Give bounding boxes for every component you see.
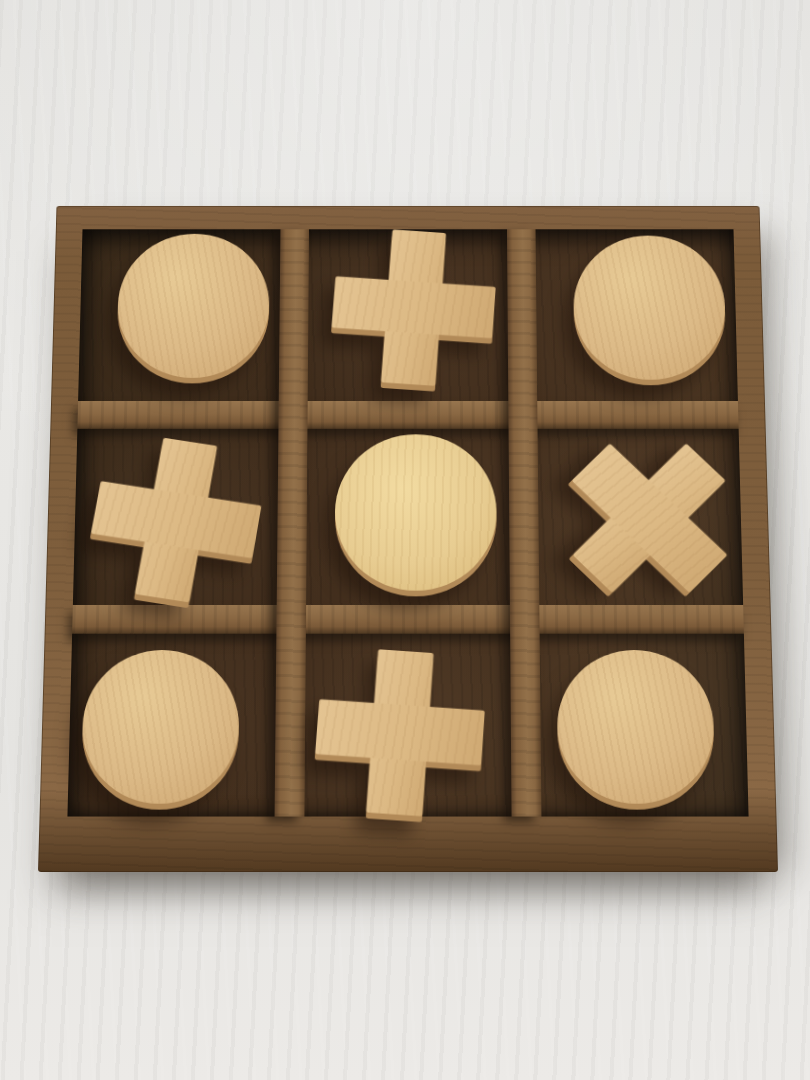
piece-o-r1c1[interactable] bbox=[116, 234, 270, 378]
wall-background bbox=[0, 0, 810, 1080]
cell-r2c3[interactable] bbox=[538, 428, 744, 605]
piece-o-r3c1[interactable] bbox=[81, 650, 240, 804]
cell-r1c1[interactable] bbox=[78, 229, 280, 400]
piece-o-r3c3[interactable] bbox=[556, 650, 715, 804]
cell-r1c3[interactable] bbox=[536, 229, 738, 400]
cell-r3c2[interactable] bbox=[304, 634, 511, 817]
piece-o-r1c3[interactable] bbox=[573, 235, 727, 379]
piece-o-r2c2[interactable] bbox=[335, 435, 497, 591]
cell-r1c2[interactable] bbox=[308, 229, 509, 400]
cell-r3c1[interactable] bbox=[67, 634, 276, 817]
piece-x-r2c3[interactable] bbox=[534, 407, 765, 631]
piece-x-r1c2[interactable] bbox=[327, 226, 499, 390]
piece-x-r3c2[interactable] bbox=[311, 646, 489, 821]
board-cells bbox=[67, 229, 748, 816]
board-interior bbox=[67, 229, 748, 816]
cell-r2c1[interactable] bbox=[73, 428, 279, 605]
cell-r2c2[interactable] bbox=[306, 428, 510, 605]
tic-tac-toe-board bbox=[38, 206, 778, 872]
cell-r3c3[interactable] bbox=[540, 634, 749, 817]
piece-x-r2c1[interactable] bbox=[81, 430, 270, 611]
